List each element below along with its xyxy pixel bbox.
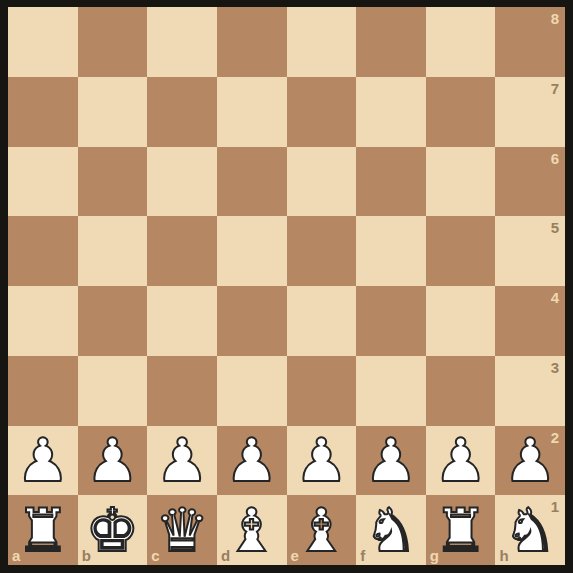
square-e8[interactable] xyxy=(287,7,357,77)
square-b4[interactable] xyxy=(78,286,148,356)
square-d8[interactable] xyxy=(217,7,287,77)
square-e2[interactable]: ♟︎ xyxy=(287,426,357,496)
square-h2[interactable]: 2♟︎ xyxy=(495,426,565,496)
square-d3[interactable] xyxy=(217,356,287,426)
square-b2[interactable]: ♟︎ xyxy=(78,426,148,496)
square-c2[interactable]: ♟︎ xyxy=(147,426,217,496)
square-e7[interactable] xyxy=(287,77,357,147)
square-h1[interactable]: 1h♞︎ xyxy=(495,495,565,565)
piece-white-knight[interactable]: ♞︎ xyxy=(495,495,565,565)
square-b3[interactable] xyxy=(78,356,148,426)
square-g1[interactable]: g♜︎ xyxy=(426,495,496,565)
piece-white-bishop[interactable]: ♝︎ xyxy=(217,495,287,565)
piece-white-pawn[interactable]: ♟︎ xyxy=(147,426,217,496)
square-g2[interactable]: ♟︎ xyxy=(426,426,496,496)
square-d7[interactable] xyxy=(217,77,287,147)
square-c7[interactable] xyxy=(147,77,217,147)
square-a3[interactable] xyxy=(8,356,78,426)
piece-white-bishop[interactable]: ♝︎ xyxy=(287,495,357,565)
square-f2[interactable]: ♟︎ xyxy=(356,426,426,496)
rank-label-7: 7 xyxy=(551,81,559,96)
square-b1[interactable]: b♚︎ xyxy=(78,495,148,565)
square-d4[interactable] xyxy=(217,286,287,356)
square-d2[interactable]: ♟︎ xyxy=(217,426,287,496)
square-c6[interactable] xyxy=(147,147,217,217)
square-f3[interactable] xyxy=(356,356,426,426)
square-a5[interactable] xyxy=(8,216,78,286)
square-h7[interactable]: 7 xyxy=(495,77,565,147)
square-e5[interactable] xyxy=(287,216,357,286)
piece-white-pawn[interactable]: ♟︎ xyxy=(495,426,565,496)
square-d6[interactable] xyxy=(217,147,287,217)
square-f1[interactable]: f♞︎ xyxy=(356,495,426,565)
piece-white-rook[interactable]: ♜︎ xyxy=(8,495,78,565)
square-a7[interactable] xyxy=(8,77,78,147)
piece-white-pawn[interactable]: ♟︎ xyxy=(426,426,496,496)
square-a8[interactable] xyxy=(8,7,78,77)
square-a2[interactable]: ♟︎ xyxy=(8,426,78,496)
square-b5[interactable] xyxy=(78,216,148,286)
square-f6[interactable] xyxy=(356,147,426,217)
square-b8[interactable] xyxy=(78,7,148,77)
piece-white-knight[interactable]: ♞︎ xyxy=(356,495,426,565)
rank-label-8: 8 xyxy=(551,11,559,26)
rank-label-4: 4 xyxy=(551,290,559,305)
square-a4[interactable] xyxy=(8,286,78,356)
square-e3[interactable] xyxy=(287,356,357,426)
square-d5[interactable] xyxy=(217,216,287,286)
square-f8[interactable] xyxy=(356,7,426,77)
square-f5[interactable] xyxy=(356,216,426,286)
piece-white-queen[interactable]: ♛︎ xyxy=(147,495,217,565)
square-f4[interactable] xyxy=(356,286,426,356)
square-g6[interactable] xyxy=(426,147,496,217)
square-g8[interactable] xyxy=(426,7,496,77)
square-a1[interactable]: a♜︎ xyxy=(8,495,78,565)
square-g5[interactable] xyxy=(426,216,496,286)
rank-label-6: 6 xyxy=(551,151,559,166)
square-a6[interactable] xyxy=(8,147,78,217)
square-e1[interactable]: e♝︎ xyxy=(287,495,357,565)
chess-board: 876543♟︎♟︎♟︎♟︎♟︎♟︎♟︎2♟︎a♜︎b♚︎c♛︎d♝︎e♝︎f♞… xyxy=(8,7,565,565)
square-b7[interactable] xyxy=(78,77,148,147)
square-h4[interactable]: 4 xyxy=(495,286,565,356)
square-f7[interactable] xyxy=(356,77,426,147)
piece-white-pawn[interactable]: ♟︎ xyxy=(217,426,287,496)
square-g3[interactable] xyxy=(426,356,496,426)
board-frame: 876543♟︎♟︎♟︎♟︎♟︎♟︎♟︎2♟︎a♜︎b♚︎c♛︎d♝︎e♝︎f♞… xyxy=(0,0,573,573)
piece-white-pawn[interactable]: ♟︎ xyxy=(356,426,426,496)
square-h8[interactable]: 8 xyxy=(495,7,565,77)
square-h6[interactable]: 6 xyxy=(495,147,565,217)
square-c4[interactable] xyxy=(147,286,217,356)
square-h5[interactable]: 5 xyxy=(495,216,565,286)
square-g7[interactable] xyxy=(426,77,496,147)
square-e4[interactable] xyxy=(287,286,357,356)
piece-white-king[interactable]: ♚︎ xyxy=(78,495,148,565)
rank-label-3: 3 xyxy=(551,360,559,375)
square-c8[interactable] xyxy=(147,7,217,77)
square-g4[interactable] xyxy=(426,286,496,356)
square-c3[interactable] xyxy=(147,356,217,426)
square-c5[interactable] xyxy=(147,216,217,286)
square-h3[interactable]: 3 xyxy=(495,356,565,426)
square-c1[interactable]: c♛︎ xyxy=(147,495,217,565)
piece-white-rook[interactable]: ♜︎ xyxy=(426,495,496,565)
piece-white-pawn[interactable]: ♟︎ xyxy=(8,426,78,496)
square-b6[interactable] xyxy=(78,147,148,217)
rank-label-5: 5 xyxy=(551,220,559,235)
piece-white-pawn[interactable]: ♟︎ xyxy=(287,426,357,496)
piece-white-pawn[interactable]: ♟︎ xyxy=(78,426,148,496)
square-e6[interactable] xyxy=(287,147,357,217)
square-d1[interactable]: d♝︎ xyxy=(217,495,287,565)
